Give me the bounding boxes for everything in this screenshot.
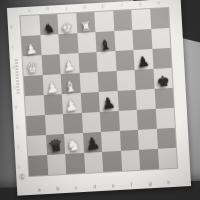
white-king: ♚ [61,20,74,34]
square-b1 [47,154,67,175]
square-d4 [80,92,100,113]
square-h6 [152,48,172,69]
black-queen: ♛ [47,137,64,155]
square-g6: ♟ [133,49,153,70]
square-h5: ♚ [153,68,173,89]
coord-label: b [48,185,67,192]
white-pawn: ♟ [45,79,60,95]
square-d2: ♟ [82,132,102,153]
black-bishop: ♝ [98,38,112,53]
square-h1 [157,148,177,169]
black-pawn: ♟ [136,55,151,71]
square-g3 [137,109,157,130]
mat-logo-icon: ♔ [18,172,26,182]
square-f7 [114,30,134,51]
square-f8 [113,10,133,31]
square-b3 [44,114,64,135]
white-pawn: ♟ [25,42,39,57]
coord-label: a [30,186,49,193]
square-c7 [58,33,78,54]
coord-label: 4 [14,97,18,117]
square-e3 [100,111,120,132]
square-a1 [28,155,48,176]
black-pawn: ♟ [84,135,101,153]
white-rook: ♜ [79,19,92,33]
square-e8 [94,11,114,32]
square-g5 [135,69,155,90]
square-a8 [20,15,40,36]
square-c2: ♞ [64,133,84,154]
coord-label: e [75,4,94,11]
square-d8: ♜ [76,12,96,33]
square-g8 [131,9,151,30]
coord-label: 8 [9,17,13,37]
square-b6 [41,54,61,75]
coord-label: h [20,7,39,14]
square-f3 [118,110,138,131]
square-c4: ♟ [62,93,82,114]
white-bishop: ♝ [63,78,78,94]
mat-side-text [15,59,20,93]
coord-label: c [112,2,131,9]
square-c6: ♟ [60,53,80,74]
square-a4 [25,95,45,116]
square-e5 [98,71,118,92]
square-f4 [117,90,137,111]
square-e6 [96,51,116,72]
square-h7 [151,28,171,49]
square-b2: ♛ [46,134,66,155]
square-d6 [78,52,98,73]
white-knight: ♞ [65,136,82,154]
square-c3 [63,113,83,134]
coord-label: g [38,6,57,13]
chess-board: ♞♚♜♟♝♛♟♟♟♝♚♟♟♛♞♟ [20,8,177,176]
square-a3 [26,115,46,136]
square-b5: ♟ [42,74,62,95]
coord-label: a [149,0,168,7]
black-king: ♚ [155,73,170,89]
square-h3 [155,108,175,129]
square-d7 [77,32,97,53]
square-b8: ♞ [39,14,59,35]
square-f1 [121,150,141,171]
white-pawn: ♟ [62,59,77,75]
square-g4 [136,89,156,110]
square-b4 [43,94,63,115]
square-e7: ♝ [95,31,115,52]
coord-label: 7 [11,37,15,57]
square-a2 [27,135,47,156]
vinyl-chess-mat: abcdefgh 87654321 ♔ ♞♚♜♟♝♛♟♟♟♝♚♟♟♛♞♟ abc… [7,0,191,196]
square-g2 [138,129,158,150]
square-c1 [65,153,85,174]
square-f2 [119,130,139,151]
square-e4: ♟ [99,91,119,112]
square-b7 [40,34,60,55]
square-f5 [116,70,136,91]
square-e1 [102,151,122,172]
square-a5 [24,75,44,96]
black-pawn: ♟ [101,96,117,113]
square-g7 [132,29,152,50]
square-h4 [154,88,174,109]
coord-label: h [159,179,178,186]
coord-label: 3 [15,117,19,137]
square-f6 [115,50,135,71]
coord-label: c [67,184,86,191]
square-h8 [150,8,170,29]
square-c5: ♝ [61,73,81,94]
coord-label: b [131,1,150,8]
coord-label: f [122,181,141,188]
coord-label: g [141,180,160,187]
square-a6: ♛ [23,55,43,76]
coord-label: e [104,182,123,189]
coord-label: f [57,5,76,12]
square-d3 [81,112,101,133]
rank-labels-left: 87654321 [9,17,21,177]
square-c8: ♚ [57,13,77,34]
file-labels-bottom: abcdefgh [30,179,178,193]
square-h2 [156,128,176,149]
square-g1 [139,149,159,170]
coord-label: d [85,183,104,190]
square-d1 [84,152,104,173]
square-e2 [101,131,121,152]
white-pawn: ♟ [64,98,80,115]
black-knight: ♞ [42,21,55,35]
square-a7: ♟ [21,35,41,56]
white-queen: ♛ [25,61,40,77]
square-d5 [79,72,99,93]
coord-label: d [94,3,113,10]
coord-label: 2 [16,137,20,157]
